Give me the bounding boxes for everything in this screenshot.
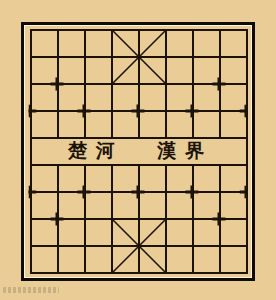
board-cell [167,220,194,247]
board-cell [167,31,194,58]
star-point [186,105,199,118]
river-label-chu: 楚河 [68,139,124,161]
board-cell [86,31,113,58]
star-point [51,78,64,91]
board-cell [167,247,194,274]
board-cell [221,31,248,58]
star-point [213,78,226,91]
board-cell [86,58,113,85]
watermark [3,287,59,293]
river-label-han: 漢界 [157,139,213,161]
board-cell [194,247,221,274]
board-cell [221,139,248,166]
board-cell [32,247,59,274]
star-point [78,105,91,118]
board-cell [32,139,59,166]
board-cell [32,31,59,58]
board-cell [194,31,221,58]
star-point [213,213,226,226]
palace-diagonals-bottom [112,219,166,273]
star-point [78,186,91,199]
star-point [186,186,199,199]
board-cell [86,247,113,274]
board-cell [221,247,248,274]
board-cell [59,247,86,274]
star-point [132,186,145,199]
xiangqi-board: 楚河 漢界 [0,0,276,300]
palace-diagonals-top [112,30,166,84]
star-point [132,105,145,118]
star-point [51,213,64,226]
board-cell [59,31,86,58]
board-cell [86,220,113,247]
board-cell [167,58,194,85]
